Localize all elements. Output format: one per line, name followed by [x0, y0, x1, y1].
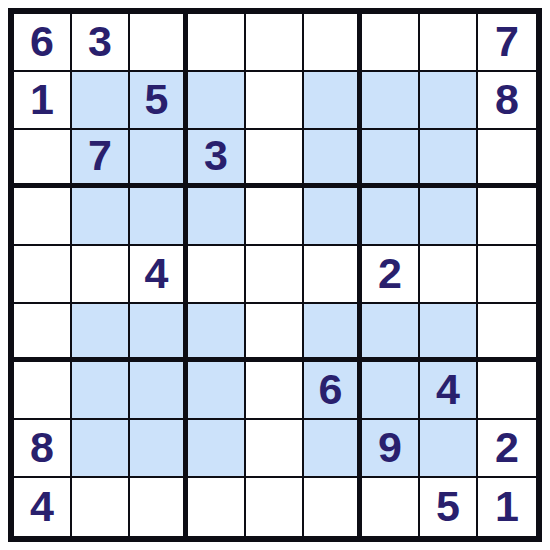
- given-digit: 6: [30, 20, 54, 63]
- given-digit: 2: [495, 426, 519, 469]
- cell-r4c5[interactable]: [246, 188, 304, 246]
- cell-r7c4[interactable]: [188, 362, 246, 420]
- cell-r7c2[interactable]: [72, 362, 130, 420]
- cell-r4c1[interactable]: [14, 188, 72, 246]
- cell-r8c3[interactable]: [130, 420, 188, 478]
- cell-r1c3[interactable]: [130, 14, 188, 72]
- cell-r2c3[interactable]: 5: [130, 72, 188, 130]
- cell-r9c1[interactable]: 4: [14, 478, 72, 536]
- cell-r5c5[interactable]: [246, 246, 304, 304]
- given-digit: 8: [30, 426, 54, 469]
- cell-r6c7[interactable]: [362, 304, 420, 362]
- cell-r4c9[interactable]: [478, 188, 536, 246]
- cell-r6c1[interactable]: [14, 304, 72, 362]
- given-digit: 5: [436, 485, 460, 528]
- cell-r5c2[interactable]: [72, 246, 130, 304]
- cell-r8c9[interactable]: 2: [478, 420, 536, 478]
- cell-r8c7[interactable]: 9: [362, 420, 420, 478]
- cell-r4c2[interactable]: [72, 188, 130, 246]
- cell-r9c4[interactable]: [188, 478, 246, 536]
- cell-r3c5[interactable]: [246, 130, 304, 188]
- cell-r5c3[interactable]: 4: [130, 246, 188, 304]
- given-digit: 7: [88, 134, 112, 177]
- cell-r9c8[interactable]: 5: [420, 478, 478, 536]
- cell-r3c4[interactable]: 3: [188, 130, 246, 188]
- given-digit: 4: [436, 368, 460, 411]
- cell-r7c5[interactable]: [246, 362, 304, 420]
- cell-r6c2[interactable]: [72, 304, 130, 362]
- given-digit: 5: [145, 78, 169, 121]
- cell-r9c6[interactable]: [304, 478, 362, 536]
- cell-r2c7[interactable]: [362, 72, 420, 130]
- cell-r3c2[interactable]: 7: [72, 130, 130, 188]
- cell-r3c6[interactable]: [304, 130, 362, 188]
- cell-r1c1[interactable]: 6: [14, 14, 72, 72]
- given-digit: 4: [145, 252, 169, 295]
- cell-r8c6[interactable]: [304, 420, 362, 478]
- cell-r9c2[interactable]: [72, 478, 130, 536]
- given-digit: 3: [88, 20, 112, 63]
- given-digit: 1: [495, 485, 519, 528]
- cell-r8c8[interactable]: [420, 420, 478, 478]
- cell-r4c6[interactable]: [304, 188, 362, 246]
- given-digit: 9: [378, 426, 402, 469]
- cell-r4c8[interactable]: [420, 188, 478, 246]
- cell-r6c9[interactable]: [478, 304, 536, 362]
- cell-r7c7[interactable]: [362, 362, 420, 420]
- cell-r6c6[interactable]: [304, 304, 362, 362]
- cell-r7c6[interactable]: 6: [304, 362, 362, 420]
- cell-r8c2[interactable]: [72, 420, 130, 478]
- cell-r5c9[interactable]: [478, 246, 536, 304]
- cell-r2c1[interactable]: 1: [14, 72, 72, 130]
- cell-r3c9[interactable]: [478, 130, 536, 188]
- cell-r2c8[interactable]: [420, 72, 478, 130]
- cell-r8c1[interactable]: 8: [14, 420, 72, 478]
- cell-r3c3[interactable]: [130, 130, 188, 188]
- cell-r8c4[interactable]: [188, 420, 246, 478]
- cell-r6c4[interactable]: [188, 304, 246, 362]
- cell-r9c3[interactable]: [130, 478, 188, 536]
- cell-r9c7[interactable]: [362, 478, 420, 536]
- cell-r6c5[interactable]: [246, 304, 304, 362]
- given-digit: 8: [495, 78, 519, 121]
- cell-r7c1[interactable]: [14, 362, 72, 420]
- cell-r5c7[interactable]: 2: [362, 246, 420, 304]
- cell-r2c4[interactable]: [188, 72, 246, 130]
- cell-r7c9[interactable]: [478, 362, 536, 420]
- given-digit: 2: [378, 252, 402, 295]
- given-digit: 1: [30, 78, 54, 121]
- cell-r5c4[interactable]: [188, 246, 246, 304]
- cell-r7c3[interactable]: [130, 362, 188, 420]
- cell-r4c7[interactable]: [362, 188, 420, 246]
- cell-r1c8[interactable]: [420, 14, 478, 72]
- cell-r5c1[interactable]: [14, 246, 72, 304]
- cell-r1c7[interactable]: [362, 14, 420, 72]
- cell-r2c2[interactable]: [72, 72, 130, 130]
- cell-r3c7[interactable]: [362, 130, 420, 188]
- cell-r5c6[interactable]: [304, 246, 362, 304]
- cell-r1c6[interactable]: [304, 14, 362, 72]
- cell-r1c4[interactable]: [188, 14, 246, 72]
- given-digit: 6: [319, 368, 343, 411]
- cell-r9c9[interactable]: 1: [478, 478, 536, 536]
- cell-r5c8[interactable]: [420, 246, 478, 304]
- cell-r4c3[interactable]: [130, 188, 188, 246]
- cell-r1c9[interactable]: 7: [478, 14, 536, 72]
- given-digit: 3: [204, 134, 228, 177]
- puzzle-page: 637158734264892451: [0, 0, 550, 550]
- sudoku-board: 637158734264892451: [8, 8, 542, 542]
- cell-r2c5[interactable]: [246, 72, 304, 130]
- given-digit: 7: [495, 20, 519, 63]
- cell-r2c9[interactable]: 8: [478, 72, 536, 130]
- cell-r7c8[interactable]: 4: [420, 362, 478, 420]
- cell-r3c8[interactable]: [420, 130, 478, 188]
- cell-r1c2[interactable]: 3: [72, 14, 130, 72]
- cell-r8c5[interactable]: [246, 420, 304, 478]
- cell-r3c1[interactable]: [14, 130, 72, 188]
- cell-r6c3[interactable]: [130, 304, 188, 362]
- given-digit: 4: [30, 485, 54, 528]
- cell-r4c4[interactable]: [188, 188, 246, 246]
- cell-r9c5[interactable]: [246, 478, 304, 536]
- cell-r1c5[interactable]: [246, 14, 304, 72]
- cell-r6c8[interactable]: [420, 304, 478, 362]
- cell-r2c6[interactable]: [304, 72, 362, 130]
